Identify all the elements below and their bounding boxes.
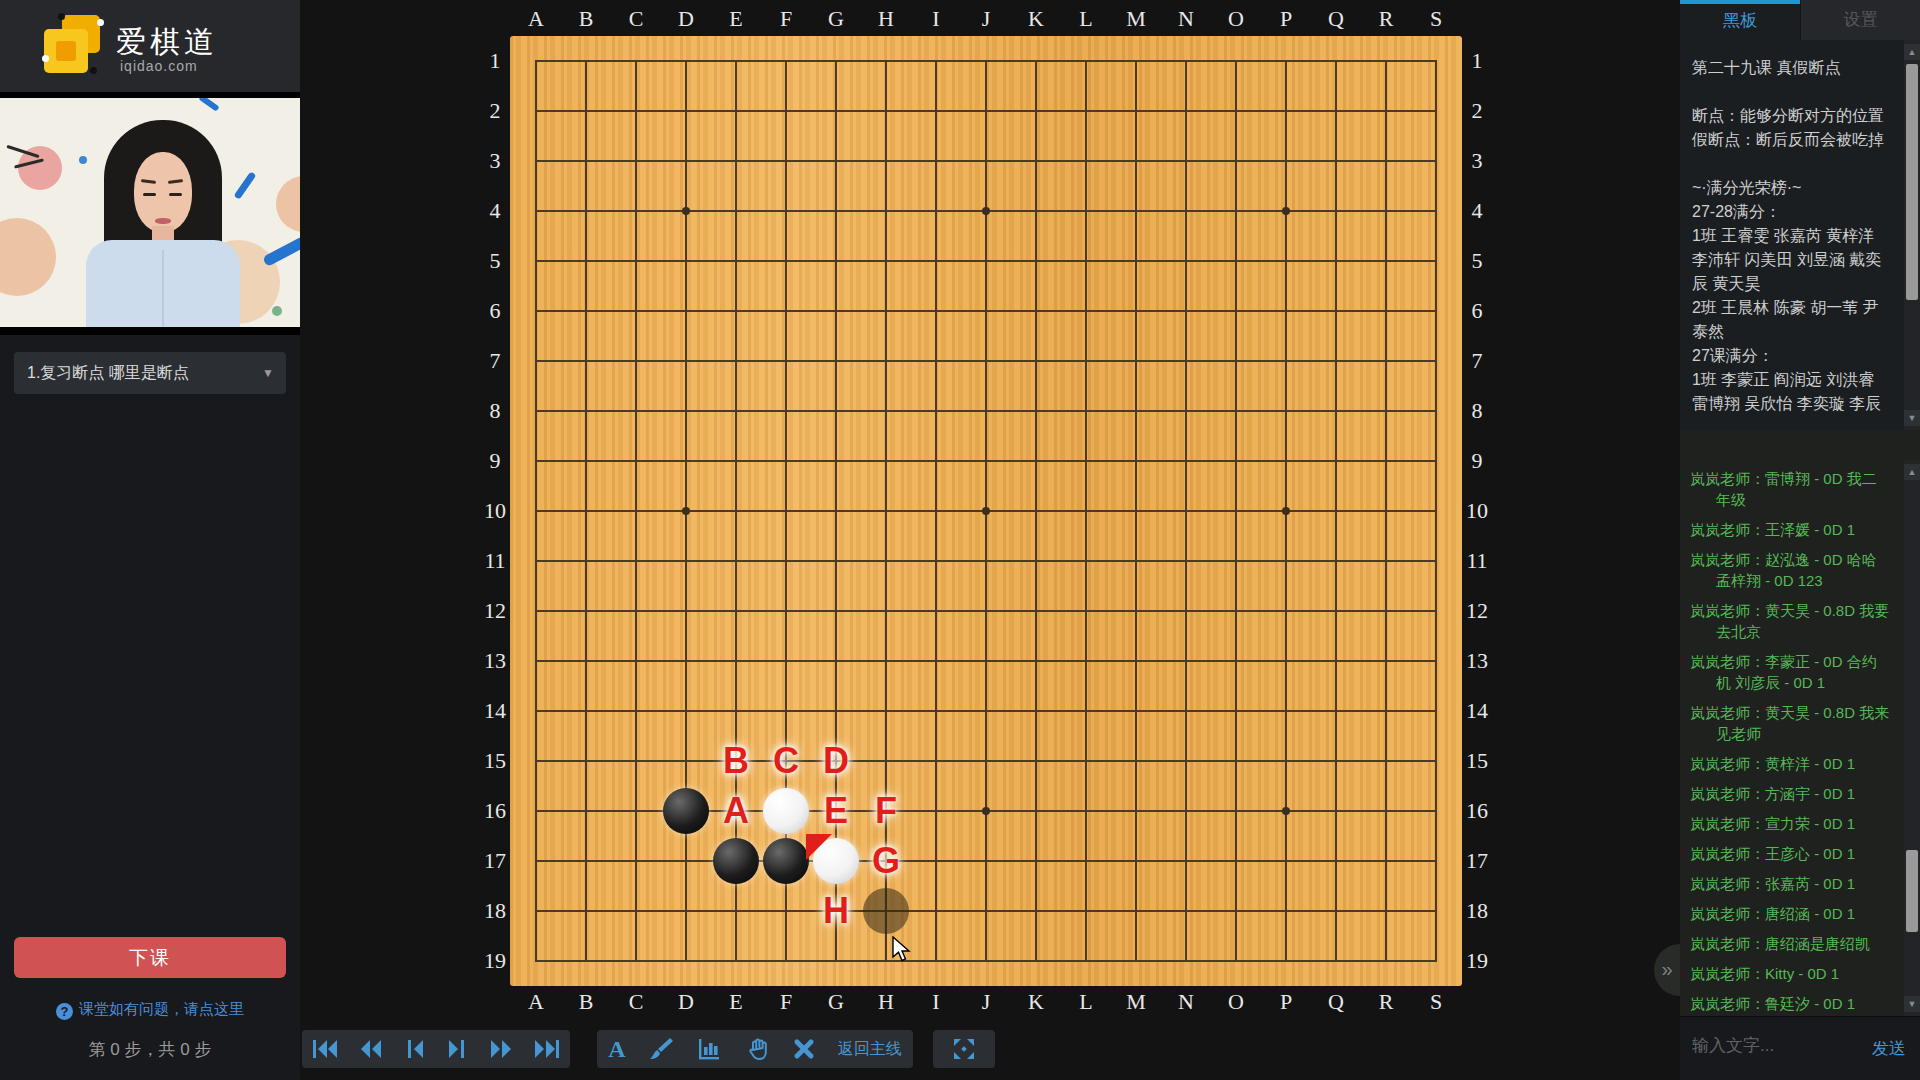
chat-input-bar: 发送 bbox=[1680, 1016, 1920, 1080]
left-sidebar: 爱棋道 iqidao.com bbox=[0, 0, 300, 1080]
row-label-right: 4 bbox=[1472, 198, 1483, 224]
chat-message: 岚岚老师：雷博翔 - 0D 我二年级 bbox=[1690, 468, 1890, 510]
blackboard-line: 泰然 bbox=[1692, 320, 1888, 344]
fullscreen-panel bbox=[933, 1030, 995, 1068]
row-label-left: 11 bbox=[484, 548, 505, 574]
star-point bbox=[1282, 207, 1290, 215]
board-label-E: E bbox=[824, 790, 848, 832]
col-label-top: I bbox=[932, 6, 939, 32]
app-window: 爱棋道 iqidao.com bbox=[0, 0, 1920, 1080]
skip-to-end-button[interactable] bbox=[532, 1036, 562, 1062]
chat-panel: 岚岚老师：雷博翔 - 0D 我二年级岚岚老师：王泽媛 - 0D 1岚岚老师：赵泓… bbox=[1680, 430, 1920, 1016]
blackboard-line: 第二十九课 真假断点 bbox=[1692, 56, 1888, 80]
col-label-top: E bbox=[729, 6, 742, 32]
col-label-bottom: J bbox=[982, 989, 991, 1015]
col-label-top: A bbox=[528, 6, 544, 32]
last-move-triangle-marker bbox=[806, 834, 832, 860]
col-label-bottom: L bbox=[1079, 989, 1092, 1015]
col-label-bottom: D bbox=[678, 989, 694, 1015]
col-label-bottom: E bbox=[729, 989, 742, 1015]
go-board[interactable]: ABCDEFGH bbox=[510, 36, 1462, 986]
ghost-black-stone-H18[interactable] bbox=[863, 888, 909, 934]
row-label-right: 5 bbox=[1472, 248, 1483, 274]
text-tool-button[interactable]: A bbox=[608, 1036, 625, 1063]
blackboard-line: 27课满分： bbox=[1692, 344, 1888, 368]
blackboard-notes: 第二十九课 真假断点断点：能够分断对方的位置假断点：断后反而会被吃掉~·满分光荣… bbox=[1680, 40, 1920, 430]
col-label-top: B bbox=[579, 6, 594, 32]
send-button[interactable]: 发送 bbox=[1872, 1037, 1906, 1060]
decor-circle bbox=[276, 176, 300, 232]
fullscreen-icon[interactable] bbox=[951, 1036, 977, 1062]
scroll-up-icon[interactable]: ▲ bbox=[1904, 464, 1920, 480]
chat-message: 岚岚老师：李蒙正 - 0D 合约机 刘彦辰 - 0D 1 bbox=[1690, 651, 1890, 693]
scroll-up-icon[interactable]: ▲ bbox=[1904, 44, 1920, 60]
col-label-top: O bbox=[1228, 6, 1244, 32]
decor-bar bbox=[198, 98, 219, 112]
col-label-top: M bbox=[1126, 6, 1146, 32]
col-label-top: C bbox=[629, 6, 644, 32]
step-forward-button[interactable] bbox=[444, 1036, 470, 1062]
row-label-left: 6 bbox=[490, 298, 501, 324]
help-link[interactable]: ?课堂如有问题，请点这里 bbox=[0, 1000, 300, 1020]
decor-circle bbox=[0, 218, 56, 296]
right-panel-tabs: 黑板 设置 bbox=[1680, 0, 1920, 40]
star-point bbox=[1282, 807, 1290, 815]
iqidao-logo-icon bbox=[40, 13, 106, 79]
chevron-down-icon: ▼ bbox=[262, 352, 274, 394]
tab-settings[interactable]: 设置 bbox=[1800, 0, 1920, 40]
blackboard-line bbox=[1692, 80, 1888, 104]
blackboard-line: 辰 黄天昊 bbox=[1692, 272, 1888, 296]
blackboard-line: 1班 李蒙正 阎润远 刘洪睿 bbox=[1692, 368, 1888, 392]
right-panel: 黑板 设置 第二十九课 真假断点断点：能够分断对方的位置假断点：断后反而会被吃掉… bbox=[1680, 0, 1920, 1080]
chat-message: 岚岚老师：张嘉芮 - 0D 1 bbox=[1690, 873, 1890, 894]
hand-tool-icon[interactable] bbox=[745, 1036, 771, 1062]
row-label-left: 18 bbox=[484, 898, 506, 924]
blackboard-line bbox=[1692, 152, 1888, 176]
row-label-left: 16 bbox=[484, 798, 506, 824]
scrollbar-thumb[interactable] bbox=[1906, 64, 1918, 300]
row-label-left: 8 bbox=[490, 398, 501, 424]
col-label-bottom: M bbox=[1126, 989, 1146, 1015]
brand-url: iqidao.com bbox=[120, 58, 198, 74]
col-label-top: G bbox=[828, 6, 844, 32]
step-back-button[interactable] bbox=[402, 1036, 428, 1062]
col-label-bottom: K bbox=[1028, 989, 1044, 1015]
col-label-top: S bbox=[1430, 6, 1442, 32]
col-label-bottom: R bbox=[1379, 989, 1394, 1015]
row-label-left: 12 bbox=[484, 598, 506, 624]
chat-message: 岚岚老师：黄天昊 - 0.8D 我要去北京 bbox=[1690, 600, 1890, 642]
row-label-right: 8 bbox=[1472, 398, 1483, 424]
row-label-right: 15 bbox=[1466, 748, 1488, 774]
row-label-left: 9 bbox=[490, 448, 501, 474]
chat-scrollbar[interactable]: ▲ ▼ bbox=[1904, 460, 1920, 1016]
chevron-right-icon: » bbox=[1661, 958, 1672, 980]
col-label-top: P bbox=[1280, 6, 1292, 32]
star-point bbox=[982, 507, 990, 515]
chat-message: 岚岚老师：方涵宇 - 0D 1 bbox=[1690, 783, 1890, 804]
col-label-bottom: H bbox=[878, 989, 894, 1015]
chat-message: 岚岚老师：宣力荣 - 0D 1 bbox=[1690, 813, 1890, 834]
star-point bbox=[982, 207, 990, 215]
star-point bbox=[682, 207, 690, 215]
row-label-right: 14 bbox=[1466, 698, 1488, 724]
decor-dot bbox=[79, 156, 87, 164]
teacher-webcam-video bbox=[0, 92, 300, 335]
annotation-tools: A 返回主线 bbox=[597, 1030, 913, 1068]
brush-tool-icon[interactable] bbox=[648, 1036, 674, 1062]
col-label-top: Q bbox=[1328, 6, 1344, 32]
col-label-top: L bbox=[1079, 6, 1092, 32]
blackboard-line: 假断点：断后反而会被吃掉 bbox=[1692, 128, 1888, 152]
row-label-left: 13 bbox=[484, 648, 506, 674]
col-label-top: R bbox=[1379, 6, 1394, 32]
black-stone-D16[interactable] bbox=[663, 788, 709, 834]
row-label-right: 2 bbox=[1472, 98, 1483, 124]
chat-message: 岚岚老师：王彦心 - 0D 1 bbox=[1690, 843, 1890, 864]
blackboard-line: 1班 王睿雯 张嘉芮 黄梓洋 bbox=[1692, 224, 1888, 248]
board-label-C: C bbox=[773, 740, 799, 782]
blackboard-line: 李沛轩 闪美田 刘昱涵 戴奕 bbox=[1692, 248, 1888, 272]
board-label-D: D bbox=[823, 740, 849, 782]
row-label-right: 11 bbox=[1466, 548, 1487, 574]
row-label-right: 1 bbox=[1472, 48, 1483, 74]
back-to-mainline-button[interactable]: 返回主线 bbox=[838, 1039, 902, 1060]
row-label-left: 15 bbox=[484, 748, 506, 774]
chat-message: 岚岚老师：唐绍涵是唐绍凯 bbox=[1690, 933, 1890, 954]
row-label-right: 18 bbox=[1466, 898, 1488, 924]
row-label-left: 10 bbox=[484, 498, 506, 524]
col-label-bottom: N bbox=[1178, 989, 1194, 1015]
col-label-bottom: I bbox=[932, 989, 939, 1015]
col-label-bottom: S bbox=[1430, 989, 1442, 1015]
col-label-bottom: C bbox=[629, 989, 644, 1015]
col-label-bottom: B bbox=[579, 989, 594, 1015]
end-class-button[interactable]: 下课 bbox=[14, 937, 286, 978]
star-point bbox=[982, 807, 990, 815]
row-label-right: 12 bbox=[1466, 598, 1488, 624]
board-label-A: A bbox=[723, 790, 749, 832]
tab-blackboard[interactable]: 黑板 bbox=[1680, 0, 1800, 40]
row-label-right: 6 bbox=[1472, 298, 1483, 324]
row-label-left: 3 bbox=[490, 148, 501, 174]
lesson-select-dropdown[interactable]: 1.复习断点 哪里是断点 ▼ bbox=[14, 352, 286, 394]
rewind-button[interactable] bbox=[357, 1036, 385, 1062]
row-label-left: 4 bbox=[490, 198, 501, 224]
row-label-right: 16 bbox=[1466, 798, 1488, 824]
col-label-bottom: F bbox=[780, 989, 792, 1015]
white-stone-F16[interactable] bbox=[763, 788, 809, 834]
col-label-bottom: Q bbox=[1328, 989, 1344, 1015]
chat-message: 岚岚老师：赵泓逸 - 0D 哈哈 孟梓翔 - 0D 123 bbox=[1690, 549, 1890, 591]
row-label-left: 14 bbox=[484, 698, 506, 724]
playback-controls bbox=[302, 1030, 570, 1068]
col-label-top: N bbox=[1178, 6, 1194, 32]
chat-message: 岚岚老师：王泽媛 - 0D 1 bbox=[1690, 519, 1890, 540]
blackboard-line: 27-28满分： bbox=[1692, 200, 1888, 224]
row-label-right: 13 bbox=[1466, 648, 1488, 674]
chat-message: 岚岚老师：Kitty - 0D 1 bbox=[1690, 963, 1890, 984]
board-label-H: H bbox=[823, 890, 849, 932]
col-label-top: K bbox=[1028, 6, 1044, 32]
question-icon: ? bbox=[56, 1003, 73, 1020]
blackboard-line: ~·满分光荣榜·~ bbox=[1692, 176, 1888, 200]
black-stone-E17[interactable] bbox=[713, 838, 759, 884]
mouse-cursor bbox=[891, 936, 915, 968]
black-stone-F17[interactable] bbox=[763, 838, 809, 884]
row-label-right: 9 bbox=[1472, 448, 1483, 474]
brand-name: 爱棋道 bbox=[116, 22, 218, 63]
board-label-B: B bbox=[723, 740, 749, 782]
col-label-bottom: G bbox=[828, 989, 844, 1015]
blackboard-line: 雷博翔 吴欣怡 李奕璇 李辰 bbox=[1692, 392, 1888, 416]
chat-message: 岚岚老师：黄天昊 - 0.8D 我来见老师 bbox=[1690, 702, 1890, 744]
fast-forward-button[interactable] bbox=[487, 1036, 515, 1062]
scroll-down-icon[interactable]: ▼ bbox=[1904, 996, 1920, 1012]
row-label-right: 3 bbox=[1472, 148, 1483, 174]
star-point bbox=[682, 507, 690, 515]
row-label-right: 17 bbox=[1466, 848, 1488, 874]
chat-message: 岚岚老师：唐绍涵 - 0D 1 bbox=[1690, 903, 1890, 924]
star-point bbox=[1282, 507, 1290, 515]
row-label-right: 7 bbox=[1472, 348, 1483, 374]
col-label-top: J bbox=[982, 6, 991, 32]
board-label-F: F bbox=[875, 790, 897, 832]
row-label-right: 10 bbox=[1466, 498, 1488, 524]
row-label-left: 2 bbox=[490, 98, 501, 124]
step-counter: 第 0 步，共 0 步 bbox=[0, 1038, 300, 1061]
blackboard-line: 2班 王晨林 陈豪 胡一苇 尹 bbox=[1692, 296, 1888, 320]
chat-input[interactable] bbox=[1690, 1035, 1844, 1057]
row-label-left: 7 bbox=[490, 348, 501, 374]
decor-dot bbox=[272, 306, 282, 316]
panel-collapse-handle[interactable]: » bbox=[1654, 944, 1680, 996]
scroll-down-icon[interactable]: ▼ bbox=[1904, 410, 1920, 426]
skip-to-start-button[interactable] bbox=[310, 1036, 340, 1062]
clear-tool-icon[interactable] bbox=[793, 1038, 815, 1060]
chat-message: 岚岚老师：鲁廷汐 - 0D 1 bbox=[1690, 993, 1890, 1014]
row-label-right: 19 bbox=[1466, 948, 1488, 974]
board-label-G: G bbox=[872, 840, 900, 882]
col-label-top: D bbox=[678, 6, 694, 32]
col-label-top: F bbox=[780, 6, 792, 32]
chat-message: 岚岚老师：黄梓洋 - 0D 1 bbox=[1690, 753, 1890, 774]
chart-tool-icon[interactable] bbox=[696, 1036, 722, 1062]
lesson-select-value: 1.复习断点 哪里是断点 bbox=[27, 364, 189, 381]
col-label-bottom: O bbox=[1228, 989, 1244, 1015]
row-label-left: 19 bbox=[484, 948, 506, 974]
col-label-bottom: A bbox=[528, 989, 544, 1015]
row-label-left: 5 bbox=[490, 248, 501, 274]
decor-bar bbox=[234, 171, 257, 200]
row-label-left: 17 bbox=[484, 848, 506, 874]
col-label-top: H bbox=[878, 6, 894, 32]
blackboard-line: 断点：能够分断对方的位置 bbox=[1692, 104, 1888, 128]
row-label-left: 1 bbox=[490, 48, 501, 74]
brand-header: 爱棋道 iqidao.com bbox=[0, 0, 300, 92]
blackboard-scrollbar[interactable]: ▲ ▼ bbox=[1904, 40, 1920, 430]
scrollbar-thumb[interactable] bbox=[1906, 850, 1918, 932]
col-label-bottom: P bbox=[1280, 989, 1292, 1015]
